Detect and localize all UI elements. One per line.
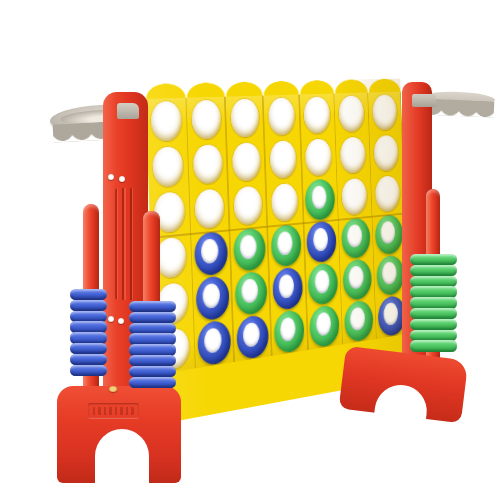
green-disc <box>375 214 404 256</box>
blue-disc <box>194 231 228 277</box>
blue-ring <box>129 366 176 377</box>
disc-center-hole <box>241 278 258 304</box>
right-tray-bracket <box>412 94 436 107</box>
green-disc <box>234 270 267 316</box>
blue-ring <box>70 332 107 343</box>
blue-disc <box>197 319 231 367</box>
green-disc <box>233 227 266 272</box>
ring-stack-left-outer <box>70 289 107 375</box>
brand-plate-embossed-text <box>93 407 134 415</box>
disc-center-hole <box>383 301 398 326</box>
gold-bolt-icon <box>109 386 117 392</box>
cell-r1c3 <box>225 96 264 141</box>
blue-disc <box>272 266 304 311</box>
disc-center-hole <box>382 261 397 285</box>
empty-hole <box>341 178 367 216</box>
cell-r4c5 <box>304 219 340 265</box>
green-disc <box>343 258 373 301</box>
cell-r5c2 <box>193 274 234 324</box>
product-photo-giant-connect-four <box>0 0 500 500</box>
blue-ring <box>129 377 176 388</box>
empty-hole <box>155 237 187 280</box>
cell-r4c6 <box>339 216 374 261</box>
empty-hole <box>372 94 397 130</box>
cell-r5c5 <box>305 261 341 308</box>
cell-r4c3 <box>230 226 269 274</box>
cell-r6c3 <box>233 312 272 361</box>
screw-icon <box>108 174 114 180</box>
cell-r6c2 <box>194 318 235 369</box>
disc-center-hole <box>277 230 294 256</box>
green-ring <box>410 308 457 319</box>
disc-center-hole <box>381 220 396 244</box>
empty-hole <box>304 96 331 134</box>
cell-r2c3 <box>227 139 266 185</box>
blue-disc <box>306 220 337 263</box>
empty-hole <box>374 135 399 172</box>
disc-center-hole <box>314 269 330 294</box>
empty-hole <box>305 138 332 176</box>
blue-disc <box>195 275 229 322</box>
screw-icon <box>108 316 114 322</box>
green-ring <box>410 286 457 297</box>
disc-center-hole <box>280 316 297 342</box>
disc-center-hole <box>202 282 220 309</box>
blue-ring <box>129 355 176 366</box>
empty-hole <box>230 99 259 138</box>
blue-ring <box>70 300 107 311</box>
green-disc <box>376 254 405 296</box>
cell-r6c4 <box>271 307 309 355</box>
cell-r4c2 <box>191 229 232 278</box>
blue-ring <box>70 343 107 354</box>
cell-r2c1 <box>147 143 189 191</box>
green-ring <box>410 276 457 287</box>
disc-center-hole <box>278 273 295 299</box>
green-ring <box>410 265 457 276</box>
blue-ring <box>129 344 176 355</box>
ring-stack-left-inner <box>129 301 176 387</box>
cell-r6c6 <box>342 298 377 345</box>
empty-hole <box>269 140 297 179</box>
cell-r2c4 <box>265 137 303 182</box>
green-disc <box>344 299 374 343</box>
empty-hole <box>375 175 400 212</box>
blue-ring <box>129 312 176 323</box>
blue-ring <box>70 354 107 365</box>
cell-r5c3 <box>232 269 271 318</box>
cell-r2c7 <box>370 132 404 175</box>
ring-stack-right <box>410 254 457 351</box>
empty-hole <box>340 137 366 175</box>
green-disc <box>270 223 302 267</box>
cell-r3c5 <box>302 177 338 222</box>
left-upright-grooves <box>115 188 137 300</box>
cell-r6c5 <box>307 303 343 350</box>
disc-center-hole <box>204 327 222 354</box>
empty-hole <box>194 188 224 229</box>
cell-r2c6 <box>336 134 371 178</box>
green-ring <box>410 297 457 308</box>
cell-r5c6 <box>340 257 375 303</box>
empty-hole <box>150 101 182 142</box>
cell-r1c7 <box>368 92 402 134</box>
cell-r1c2 <box>186 97 227 143</box>
blue-disc <box>236 314 269 361</box>
green-ring <box>410 330 457 341</box>
disc-center-hole <box>349 265 364 290</box>
cell-r4c4 <box>268 222 306 269</box>
cell-r1c1 <box>146 98 188 145</box>
blue-ring <box>129 333 176 344</box>
blue-ring <box>129 301 176 312</box>
cell-r3c6 <box>337 175 372 219</box>
blue-ring <box>70 289 107 300</box>
empty-hole <box>233 186 262 226</box>
green-ring <box>410 319 457 330</box>
cell-r1c4 <box>263 95 301 139</box>
disc-center-hole <box>347 224 362 249</box>
cell-r1c6 <box>334 93 369 136</box>
green-disc <box>308 262 339 306</box>
blue-ring <box>70 321 107 332</box>
brand-plate <box>88 403 139 419</box>
screw-icon <box>119 176 125 182</box>
empty-hole <box>152 146 184 187</box>
left-base-arch-cutout <box>95 429 149 489</box>
green-disc <box>305 178 336 221</box>
disc-center-hole <box>313 227 329 252</box>
green-ring <box>410 340 457 351</box>
green-disc <box>273 309 305 355</box>
blue-ring <box>70 311 107 322</box>
cell-r2c5 <box>301 135 337 179</box>
green-disc <box>309 304 340 349</box>
cell-r3c4 <box>266 180 304 226</box>
disc-center-hole <box>242 321 259 348</box>
screw-icon <box>118 318 124 324</box>
empty-hole <box>191 100 221 140</box>
disc-center-hole <box>239 234 256 260</box>
blue-ring <box>70 365 107 376</box>
disc-center-hole <box>316 311 332 337</box>
blue-ring <box>129 323 176 334</box>
empty-hole <box>339 95 365 132</box>
empty-hole <box>232 142 261 182</box>
disc-center-hole <box>350 306 365 331</box>
cell-r3c7 <box>371 172 405 215</box>
cell-r3c2 <box>189 185 230 233</box>
empty-hole <box>268 97 296 135</box>
empty-hole <box>193 144 223 185</box>
green-disc <box>341 217 371 260</box>
empty-hole <box>271 183 299 223</box>
disc-center-hole <box>311 185 327 210</box>
green-ring <box>410 254 457 265</box>
disc-center-hole <box>201 238 219 265</box>
cell-r3c3 <box>229 182 268 229</box>
left-tray-bracket <box>117 103 139 119</box>
cell-r2c2 <box>188 141 229 188</box>
cell-r5c4 <box>269 265 307 313</box>
cell-r1c5 <box>299 94 335 138</box>
